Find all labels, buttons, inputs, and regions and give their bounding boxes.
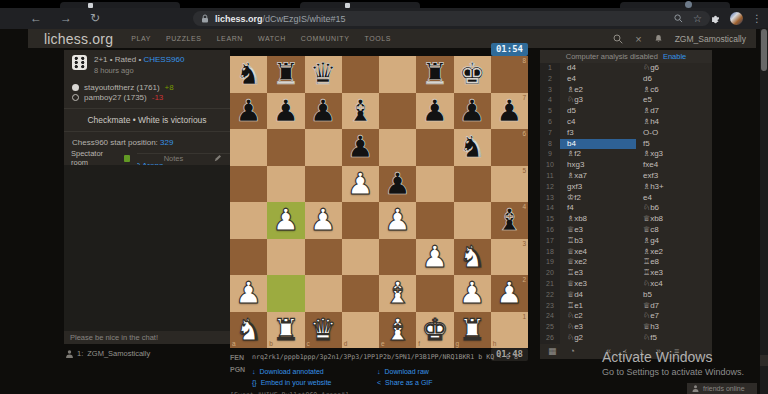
piece-black-rook[interactable]: ♜ — [272, 56, 299, 92]
move-number: 22 — [540, 290, 560, 301]
move-13-b[interactable]: e4 — [636, 193, 712, 204]
square-f6[interactable] — [416, 129, 453, 166]
rank-label-8: 8 — [522, 57, 526, 64]
square-c8[interactable]: ♛ — [305, 56, 342, 93]
move-4-w[interactable]: ♘g3 — [560, 95, 636, 106]
pgn-link-share-as-a-gif[interactable]: <Share as a GIF — [377, 377, 502, 388]
piece-black-knight[interactable]: ♞ — [459, 129, 486, 165]
page-zoom-icon[interactable] — [674, 14, 683, 23]
square-b8[interactable]: ♜ — [267, 56, 304, 93]
piece-black-pawn[interactable]: ♟ — [459, 93, 486, 129]
move-number: 14 — [540, 203, 560, 214]
move-18-b[interactable]: ♗xe2 — [636, 247, 712, 258]
file-label-h: h — [493, 340, 497, 348]
black-clock: 01:54 — [491, 43, 528, 56]
square-d5[interactable]: ♟ — [342, 166, 379, 203]
piece-black-rook[interactable]: ♜ — [421, 56, 448, 92]
kebab-menu-icon[interactable]: ⋮ — [752, 13, 762, 24]
move-number: 2 — [540, 74, 560, 85]
square-f5[interactable] — [416, 166, 453, 203]
player-row-black[interactable]: pamboy27 (1735) -13 — [72, 92, 222, 102]
square-d3[interactable] — [342, 239, 379, 276]
move-number: 18 — [540, 247, 560, 258]
piece-white-pawn[interactable]: ♟ — [347, 166, 374, 202]
file-label-c: c — [307, 340, 310, 348]
square-a5[interactable] — [230, 166, 267, 203]
square-f2[interactable] — [416, 275, 453, 312]
square-e1[interactable]: ♝e — [379, 312, 416, 349]
move-19-w[interactable]: ♕xe2 — [560, 257, 636, 268]
move-number: 9 — [540, 149, 560, 160]
move-2-b[interactable]: d6 — [636, 74, 712, 85]
square-e4[interactable]: ♟ — [379, 202, 416, 239]
square-b6[interactable] — [267, 129, 304, 166]
move-10-b[interactable]: fxe4 — [636, 160, 712, 171]
move-panel: Computer analysis disabled Enable 1d4♘g6… — [540, 50, 712, 359]
challenges-icon[interactable]: × — [635, 34, 641, 44]
variant-link[interactable]: CHESS960 — [143, 55, 184, 64]
square-h2[interactable]: ♟2 — [491, 275, 528, 312]
black-player-name: pamboy27 (1735) — [84, 93, 147, 102]
enable-analysis-link[interactable]: Enable — [663, 52, 686, 61]
tab-spectator-room[interactable]: Spectator room — [64, 151, 137, 165]
page-scrollbar[interactable] — [760, 28, 768, 394]
nav-item-puzzles[interactable]: PUZZLES — [166, 35, 202, 42]
move-15-w[interactable]: ♗xb8 — [560, 214, 636, 225]
move-6-b[interactable]: ♗h4 — [636, 117, 712, 128]
move-14-w[interactable]: f4 — [560, 203, 636, 214]
nav-item-tools[interactable]: TOOLS — [364, 35, 391, 42]
site-nav: lichess.org PLAYPUZZLESLEARNWATCHCOMMUNI… — [28, 29, 756, 48]
friends-online-label: friends online — [703, 385, 745, 392]
logged-in-username[interactable]: ZGM_Samostically — [675, 34, 746, 44]
move-number: 25 — [540, 322, 560, 333]
square-e7[interactable] — [379, 93, 416, 130]
link-icon: ↓ — [377, 368, 381, 375]
square-g6[interactable]: ♞ — [454, 129, 491, 166]
rank-label-1: 1 — [522, 313, 526, 320]
move-number: 26 — [540, 333, 560, 344]
extensions-icon[interactable] — [710, 13, 721, 24]
move-23-w[interactable]: ♖e1 — [560, 301, 636, 312]
move-7-w[interactable]: f3 — [560, 128, 636, 139]
browser-tab-strip — [0, 0, 768, 8]
nav-item-community[interactable]: COMMUNITY — [301, 35, 350, 42]
square-c7[interactable]: ♟ — [305, 93, 342, 130]
chess-board: ♞♜♛♜♚8♟♟♟♝♟♟♟7♟♞6♟♟5♟♟♟♝4♟♞3♟♝♟♟2♞a♜b♛cd… — [230, 56, 528, 348]
lichess-logo[interactable]: lichess.org — [44, 31, 113, 47]
notifications-bell-icon[interactable] — [654, 34, 663, 44]
link-label: Embed in your website — [261, 379, 332, 386]
chat-tabs: Spectator room Notes — [64, 151, 230, 165]
friends-icon — [692, 385, 699, 392]
link-label: Share as a GIF — [385, 379, 432, 386]
square-b3[interactable] — [267, 239, 304, 276]
game-result: Checkmate • White is victorious — [64, 109, 230, 132]
move-number: 12 — [540, 182, 560, 193]
move-20-b[interactable]: ♖xe3 — [636, 268, 712, 279]
move-8-b[interactable]: f5 — [636, 139, 712, 150]
square-h1[interactable]: h1 — [491, 312, 528, 349]
square-c2[interactable] — [305, 275, 342, 312]
url-path: /dCwEzgIS/white#15 — [263, 14, 346, 24]
square-h6[interactable]: 6 — [491, 129, 528, 166]
spectator-count: 1: — [77, 349, 83, 358]
move-20-w[interactable]: ♖e3 — [560, 268, 636, 279]
move-14-b[interactable]: ♘b6 — [636, 203, 712, 214]
fen-string[interactable]: nrq2rk1/pppb1ppp/3p2n1/3Pp3/1PP1P2b/5PN1… — [252, 353, 518, 361]
move-22-b[interactable]: b5 — [636, 290, 712, 301]
square-e3[interactable] — [379, 239, 416, 276]
move-7-b[interactable]: O-O — [636, 128, 712, 139]
square-a3[interactable] — [230, 239, 267, 276]
square-c6[interactable] — [305, 129, 342, 166]
black-rating-diff: -13 — [152, 93, 164, 102]
square-c4[interactable]: ♟ — [305, 202, 342, 239]
move-3-w[interactable]: ♗e2 — [560, 85, 636, 96]
board-wrap: 01:54 ♞♜♛♜♚8♟♟♟♝♟♟♟7♟♞6♟♟5♟♟♟♝4♟♞3♟♝♟♟2♞… — [230, 56, 528, 348]
square-h8[interactable]: 8 — [491, 56, 528, 93]
move-number: 4 — [540, 95, 560, 106]
square-d7[interactable]: ♝ — [342, 93, 379, 130]
chat-toggle[interactable] — [124, 155, 130, 162]
fen-pgn-section: FEN nrq2rk1/pppb1ppp/3p2n1/3Pp3/1PP1P2b/… — [230, 352, 530, 394]
watermark-line2: Go to Settings to activate Windows. — [602, 367, 744, 377]
square-b4[interactable]: ♟ — [267, 202, 304, 239]
move-19-b[interactable]: ♖e8 — [636, 257, 712, 268]
move-22-w[interactable]: ♕d4 — [560, 290, 636, 301]
move-3-b[interactable]: ♗c6 — [636, 85, 712, 96]
activate-windows-watermark: Activate Windows Go to Settings to activ… — [602, 349, 744, 377]
scrollbar-corner — [760, 355, 768, 366]
piece-white-knight[interactable]: ♞ — [459, 239, 486, 275]
rank-label-6: 6 — [522, 130, 526, 137]
piece-white-pawn[interactable]: ♟ — [235, 275, 262, 311]
game-timestamp: 8 hours ago — [94, 66, 184, 75]
piece-white-bishop[interactable]: ♝ — [384, 312, 411, 348]
move-9-b[interactable]: ♗xg3 — [636, 149, 712, 160]
move-10-w[interactable]: hxg3 — [560, 160, 636, 171]
chess960-dice-icon — [72, 55, 87, 70]
move-number: 8 — [540, 139, 560, 150]
square-e8[interactable] — [379, 56, 416, 93]
move-16-b[interactable]: ♕c8 — [636, 225, 712, 236]
move-15-b[interactable]: ♕xb8 — [636, 214, 712, 225]
spectator-list: 1: ZGM_Samostically — [66, 349, 150, 358]
move-number: 15 — [540, 214, 560, 225]
file-label-d: d — [344, 340, 348, 348]
move-9-w[interactable]: ♗f2 — [560, 149, 636, 160]
person-icon — [66, 350, 73, 358]
piece-white-king[interactable]: ♚ — [421, 312, 448, 348]
square-e5[interactable]: ♟ — [379, 166, 416, 203]
file-label-b: b — [269, 340, 273, 348]
move-26-b[interactable]: ♘f5 — [636, 333, 712, 344]
square-g4[interactable] — [454, 202, 491, 239]
players-list: stayoutoftherz (1761) +8 pamboy27 (1735)… — [64, 80, 230, 109]
piece-white-rook[interactable]: ♜ — [272, 312, 299, 348]
square-h5[interactable]: 5 — [491, 166, 528, 203]
move-24-b[interactable]: ♘e7 — [636, 311, 712, 322]
piece-black-pawn[interactable]: ♟ — [421, 93, 448, 129]
rank-label-5: 5 — [522, 167, 526, 174]
file-label-f: f — [418, 340, 420, 348]
square-g1[interactable]: ♜g — [454, 312, 491, 349]
move-number: 19 — [540, 257, 560, 268]
piece-black-pawn[interactable]: ♟ — [347, 129, 374, 165]
square-a6[interactable] — [230, 129, 267, 166]
square-b5[interactable] — [267, 166, 304, 203]
move-17-w[interactable]: ♖b3 — [560, 236, 636, 247]
move-number: 5 — [540, 106, 560, 117]
move-number: 23 — [540, 301, 560, 312]
square-g8[interactable]: ♚ — [454, 56, 491, 93]
move-24-w[interactable]: ♘c2 — [560, 311, 636, 322]
tab-group-circle — [685, 1, 692, 8]
rank-label-3: 3 — [522, 240, 526, 247]
start-position-link[interactable]: 329 — [160, 138, 173, 147]
square-d6[interactable]: ♟ — [342, 129, 379, 166]
piece-black-queen[interactable]: ♛ — [310, 56, 337, 92]
square-e2[interactable]: ♝ — [379, 275, 416, 312]
rank-label-2: 2 — [522, 276, 526, 283]
piece-white-pawn[interactable]: ♟ — [496, 275, 523, 311]
move-number: 3 — [540, 85, 560, 96]
piece-white-queen[interactable]: ♛ — [310, 312, 337, 348]
move-12-b[interactable]: ♗h3+ — [636, 182, 712, 193]
move-2-w[interactable]: e4 — [560, 74, 636, 85]
chat-input[interactable]: Please be nice in the chat! — [64, 331, 230, 344]
url-host: lichess.org — [215, 14, 263, 24]
move-11-w[interactable]: ♗xa7 — [560, 171, 636, 182]
fen-label: FEN — [230, 354, 246, 361]
screen: ← → ↻ lichess.org/dCwEzgIS/white#15 ☆ ⋮ … — [0, 0, 768, 394]
move-17-b[interactable]: ♗g4 — [636, 236, 712, 247]
white-color-icon — [72, 84, 79, 91]
chat-settings-icon[interactable] — [210, 151, 230, 165]
square-b7[interactable]: ♟ — [267, 93, 304, 130]
file-label-e: e — [381, 340, 385, 348]
square-f4[interactable] — [416, 202, 453, 239]
browser-profile-avatar[interactable] — [730, 12, 743, 25]
square-a8[interactable]: ♞ — [230, 56, 267, 93]
back-icon[interactable]: ← — [30, 10, 42, 26]
white-player-name: stayoutoftherz (1761) — [84, 83, 160, 92]
watermark-line1: Activate Windows — [602, 349, 744, 365]
move-26-w[interactable]: ♘g2 — [560, 333, 636, 344]
reload-icon[interactable]: ↻ — [90, 10, 100, 26]
square-e6[interactable] — [379, 129, 416, 166]
piece-white-knight[interactable]: ♞ — [235, 312, 262, 348]
move-25-b[interactable]: ♕h3 — [636, 322, 712, 333]
search-icon[interactable] — [613, 34, 623, 44]
move-number: 20 — [540, 268, 560, 279]
piece-white-pawn[interactable]: ♟ — [459, 275, 486, 311]
move-1-w[interactable]: d4 — [560, 63, 636, 74]
move-number: 13 — [540, 193, 560, 204]
pgn-label: PGN — [230, 366, 246, 388]
pgn-link-embed-in-your-website[interactable]: {}Embed in your website — [252, 377, 377, 388]
tab-notes[interactable]: Notes — [137, 151, 210, 165]
piece-black-king[interactable]: ♚ — [459, 56, 486, 92]
time-control-text: 2+1 • Rated • — [94, 55, 143, 64]
square-g3[interactable]: ♞ — [454, 239, 491, 276]
black-color-icon — [72, 94, 79, 101]
square-a1[interactable]: ♞a — [230, 312, 267, 349]
square-d1[interactable]: d — [342, 312, 379, 349]
piece-black-pawn[interactable]: ♟ — [272, 93, 299, 129]
piece-white-pawn[interactable]: ♟ — [384, 202, 411, 238]
bookmark-star-icon[interactable]: ☆ — [693, 14, 702, 24]
piece-black-pawn[interactable]: ♟ — [384, 166, 411, 202]
move-18-w[interactable]: ♕xe4 — [560, 247, 636, 258]
forward-icon[interactable]: → — [60, 10, 72, 26]
square-a2[interactable]: ♟ — [230, 275, 267, 312]
move-5-b[interactable]: ♗d7 — [636, 106, 712, 117]
square-f8[interactable]: ♜ — [416, 56, 453, 93]
square-h3[interactable]: 3 — [491, 239, 528, 276]
square-c3[interactable] — [305, 239, 342, 276]
square-g2[interactable]: ♟ — [454, 275, 491, 312]
move-25-w[interactable]: ♘e3 — [560, 322, 636, 333]
square-d4[interactable] — [342, 202, 379, 239]
move-number: 10 — [540, 160, 560, 171]
link-label: Download annotated — [260, 368, 324, 375]
move-21-w[interactable]: ♕xe3 — [560, 279, 636, 290]
nav-item-learn[interactable]: LEARN — [217, 35, 243, 42]
rank-label-7: 7 — [522, 94, 526, 101]
move-13-w[interactable]: ♔f2 — [560, 193, 636, 204]
move-number: 17 — [540, 236, 560, 247]
link-icon: < — [377, 379, 381, 386]
piece-white-rook[interactable]: ♜ — [459, 312, 486, 348]
square-c1[interactable]: ♛c — [305, 312, 342, 349]
square-f3[interactable]: ♟ — [416, 239, 453, 276]
start-position-label: Chess960 start position: — [72, 138, 160, 147]
move-16-w[interactable]: ♕e3 — [560, 225, 636, 236]
move-number: 1 — [540, 63, 560, 74]
square-a4[interactable] — [230, 202, 267, 239]
rank-label-4: 4 — [522, 203, 526, 210]
move-1-b[interactable]: ♘g6 — [636, 63, 712, 74]
square-h7[interactable]: ♟7 — [491, 93, 528, 130]
square-h4[interactable]: ♝4 — [491, 202, 528, 239]
move-12-w[interactable]: gxf3 — [560, 182, 636, 193]
piece-black-bishop[interactable]: ♝ — [496, 202, 523, 238]
square-d8[interactable] — [342, 56, 379, 93]
square-a7[interactable]: ♟ — [230, 93, 267, 130]
file-label-a: a — [232, 340, 236, 348]
link-icon: ↓ — [252, 368, 256, 375]
square-f7[interactable]: ♟ — [416, 93, 453, 130]
move-11-b[interactable]: exf3 — [636, 171, 712, 182]
move-number: 16 — [540, 225, 560, 236]
piece-black-pawn[interactable]: ♟ — [310, 93, 337, 129]
gauge-icon[interactable]: ◔ — [570, 344, 575, 359]
square-d2[interactable] — [342, 275, 379, 312]
spectator-name[interactable]: ZGM_Samostically — [87, 349, 150, 358]
address-bar[interactable]: lichess.org/dCwEzgIS/white#15 ☆ — [193, 11, 710, 26]
chat-messages — [64, 165, 230, 331]
piece-white-pawn[interactable]: ♟ — [421, 239, 448, 275]
move-list: 1d4♘g62e4d63♗e2♗c64♘g3e55d5♗d76c4♗h47f3O… — [540, 63, 712, 344]
file-label-g: g — [456, 340, 460, 348]
notes-label: Notes — [164, 154, 184, 163]
pgn-links: ↓Download annotated↓Download raw{}Embed … — [252, 366, 502, 388]
move-21-b[interactable]: ♘xc4 — [636, 279, 712, 290]
square-c5[interactable] — [305, 166, 342, 203]
analysis-board-icon[interactable]: ▦ — [548, 344, 557, 359]
square-g7[interactable]: ♟ — [454, 93, 491, 130]
white-rating-diff: +8 — [165, 83, 174, 92]
scrollbar-thumb[interactable] — [761, 29, 767, 71]
pgn-link-download-raw[interactable]: ↓Download raw — [377, 366, 502, 377]
move-4-b[interactable]: e5 — [636, 95, 712, 106]
nav-menu: PLAYPUZZLESLEARNWATCHCOMMUNITYTOOLS — [131, 35, 391, 42]
link-label: Download raw — [385, 368, 429, 375]
nav-item-watch[interactable]: WATCH — [258, 35, 286, 42]
move-number: 21 — [540, 279, 560, 290]
square-b2[interactable] — [267, 275, 304, 312]
move-number: 24 — [540, 311, 560, 322]
piece-white-pawn[interactable]: ♟ — [310, 202, 337, 238]
lock-icon — [201, 14, 209, 23]
link-icon: {} — [252, 379, 257, 386]
square-f1[interactable]: ♚f — [416, 312, 453, 349]
pgn-link-download-annotated[interactable]: ↓Download annotated — [252, 366, 377, 377]
player-row-white[interactable]: stayoutoftherz (1761) +8 — [72, 82, 222, 92]
square-g5[interactable] — [454, 166, 491, 203]
move-5-w[interactable]: d5 — [560, 106, 636, 117]
square-b1[interactable]: ♜b — [267, 312, 304, 349]
piece-black-pawn[interactable]: ♟ — [496, 93, 523, 129]
move-number: 6 — [540, 117, 560, 128]
piece-black-bishop[interactable]: ♝ — [347, 93, 374, 129]
move-number: 11 — [540, 171, 560, 182]
analysis-disabled-text: Computer analysis disabled — [566, 52, 658, 61]
move-23-b[interactable]: ♕d7 — [636, 301, 712, 312]
move-6-w[interactable]: c4 — [560, 117, 636, 128]
nav-item-play[interactable]: PLAY — [131, 35, 151, 42]
browser-toolbar: ← → ↻ lichess.org/dCwEzgIS/white#15 ☆ ⋮ — [0, 8, 768, 29]
piece-white-pawn[interactable]: ♟ — [272, 202, 299, 238]
move-number: 7 — [540, 128, 560, 139]
piece-black-pawn[interactable]: ♟ — [235, 93, 262, 129]
piece-black-knight[interactable]: ♞ — [235, 56, 262, 92]
friends-online-bar[interactable]: friends online — [687, 383, 757, 394]
piece-white-bishop[interactable]: ♝ — [384, 275, 411, 311]
move-8-w[interactable]: b4 — [560, 139, 636, 150]
